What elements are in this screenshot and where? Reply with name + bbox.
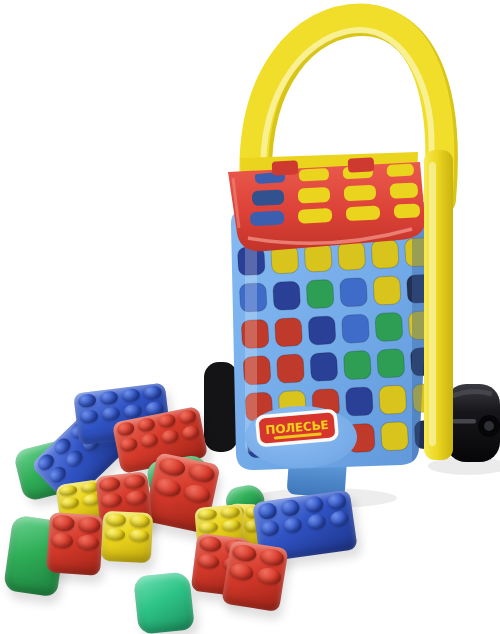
right-wheel <box>446 384 500 462</box>
basket-hole <box>276 354 304 383</box>
basket-hole <box>341 314 369 343</box>
toy-trolley: ПОЛЕСЬЕ <box>0 0 500 634</box>
basket-hole <box>308 316 336 345</box>
lid-clip-right <box>348 157 375 172</box>
right-leg-highlight <box>429 162 436 446</box>
basket-hole <box>345 387 373 416</box>
basket-hole <box>343 350 371 379</box>
right-leg <box>424 150 453 460</box>
basket-hole <box>375 312 403 341</box>
basket-hole <box>373 276 401 305</box>
basket-hole <box>275 317 303 346</box>
basket-hole <box>310 352 338 381</box>
basket-hole <box>377 349 405 378</box>
basket-hole <box>338 241 366 270</box>
lid <box>228 157 425 251</box>
axle-pin <box>452 419 476 424</box>
lid-clip-left <box>272 160 299 175</box>
basket-hole <box>306 279 334 308</box>
basket-hole <box>371 239 399 268</box>
basket-hole <box>381 422 409 451</box>
basket-hole <box>379 385 407 414</box>
basket-hole <box>273 281 301 310</box>
product-photo: ПОЛЕСЬЕ <box>0 0 500 634</box>
left-wheel <box>204 362 238 452</box>
basket-hole <box>340 278 368 307</box>
